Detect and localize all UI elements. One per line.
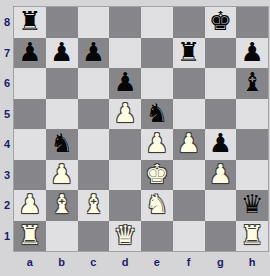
- square-c6[interactable]: [78, 68, 110, 99]
- rank-label-6: 6: [0, 68, 14, 99]
- square-f6[interactable]: [173, 68, 205, 99]
- black-knight[interactable]: ♞: [145, 100, 168, 126]
- square-h3[interactable]: [236, 160, 268, 191]
- square-a3[interactable]: [14, 160, 46, 191]
- file-label-a: a: [14, 251, 46, 273]
- black-pawn[interactable]: ♟: [18, 39, 41, 65]
- square-d7[interactable]: [109, 38, 141, 69]
- rank-label-2: 2: [0, 190, 14, 221]
- square-g1[interactable]: [205, 221, 237, 252]
- square-g6[interactable]: [205, 68, 237, 99]
- black-pawn[interactable]: ♟: [82, 39, 105, 65]
- file-label-h: h: [236, 251, 268, 273]
- square-g7[interactable]: [205, 38, 237, 69]
- black-pawn[interactable]: ♟: [113, 69, 136, 95]
- rank-label-1: 1: [0, 221, 14, 252]
- square-a6[interactable]: [14, 68, 46, 99]
- square-e6[interactable]: [141, 68, 173, 99]
- square-g2[interactable]: [205, 190, 237, 221]
- square-d2[interactable]: [109, 190, 141, 221]
- square-f1[interactable]: [173, 221, 205, 252]
- white-pawn[interactable]: ♟: [18, 191, 41, 217]
- white-pawn[interactable]: ♟: [50, 161, 73, 187]
- black-king[interactable]: ♚: [209, 8, 232, 34]
- square-d5[interactable]: ♟: [109, 99, 141, 130]
- square-f3[interactable]: [173, 160, 205, 191]
- square-d8[interactable]: [109, 7, 141, 38]
- square-b6[interactable]: [46, 68, 78, 99]
- square-c7[interactable]: ♟: [78, 38, 110, 69]
- white-pawn[interactable]: ♟: [209, 161, 232, 187]
- white-bishop[interactable]: ♝: [82, 191, 105, 217]
- black-pawn[interactable]: ♟: [209, 130, 232, 156]
- square-h5[interactable]: [236, 99, 268, 130]
- rank-label-3: 3: [0, 160, 14, 191]
- square-h6[interactable]: ♝: [236, 68, 268, 99]
- black-pawn[interactable]: ♟: [50, 39, 73, 65]
- square-b3[interactable]: ♟: [46, 160, 78, 191]
- square-h8[interactable]: [236, 7, 268, 38]
- white-pawn[interactable]: ♟: [177, 130, 200, 156]
- file-label-g: g: [205, 251, 237, 273]
- square-c4[interactable]: [78, 129, 110, 160]
- square-h2[interactable]: ♛: [236, 190, 268, 221]
- square-e7[interactable]: [141, 38, 173, 69]
- square-a1[interactable]: ♜: [14, 221, 46, 252]
- square-c2[interactable]: ♝: [78, 190, 110, 221]
- black-rook[interactable]: ♜: [177, 39, 200, 65]
- square-e5[interactable]: ♞: [141, 99, 173, 130]
- black-queen[interactable]: ♛: [240, 191, 263, 217]
- square-e2[interactable]: ♞: [141, 190, 173, 221]
- square-c8[interactable]: [78, 7, 110, 38]
- square-b7[interactable]: ♟: [46, 38, 78, 69]
- white-pawn[interactable]: ♟: [145, 130, 168, 156]
- square-a4[interactable]: [14, 129, 46, 160]
- rank-label-7: 7: [0, 38, 14, 69]
- file-label-f: f: [173, 251, 205, 273]
- square-d3[interactable]: [109, 160, 141, 191]
- square-e8[interactable]: [141, 7, 173, 38]
- black-pawn[interactable]: ♟: [240, 39, 263, 65]
- square-f7[interactable]: ♜: [173, 38, 205, 69]
- white-rook[interactable]: ♜: [18, 222, 41, 248]
- chess-board: ♜♚♟♟♟♜♟♟♝♟♞♞♟♟♟♟♚♟♟♝♝♞♛♜♛♜: [14, 7, 268, 251]
- file-label-b: b: [46, 251, 78, 273]
- square-d6[interactable]: ♟: [109, 68, 141, 99]
- white-knight[interactable]: ♞: [145, 191, 168, 217]
- square-h7[interactable]: ♟: [236, 38, 268, 69]
- square-g3[interactable]: ♟: [205, 160, 237, 191]
- chess-diagram: 87654321 ♜♚♟♟♟♜♟♟♝♟♞♞♟♟♟♟♚♟♟♝♝♞♛♜♛♜ abcd…: [0, 0, 270, 276]
- black-knight[interactable]: ♞: [50, 130, 73, 156]
- rank-label-4: 4: [0, 129, 14, 160]
- square-g5[interactable]: [205, 99, 237, 130]
- square-g4[interactable]: ♟: [205, 129, 237, 160]
- rank-label-8: 8: [0, 7, 14, 38]
- square-d1[interactable]: ♛: [109, 221, 141, 252]
- file-label-d: d: [109, 251, 141, 273]
- white-pawn[interactable]: ♟: [113, 100, 136, 126]
- square-h1[interactable]: ♜: [236, 221, 268, 252]
- square-f4[interactable]: ♟: [173, 129, 205, 160]
- black-rook[interactable]: ♜: [18, 8, 41, 34]
- square-e1[interactable]: [141, 221, 173, 252]
- square-e3[interactable]: ♚: [141, 160, 173, 191]
- square-e4[interactable]: ♟: [141, 129, 173, 160]
- square-g8[interactable]: ♚: [205, 7, 237, 38]
- white-rook[interactable]: ♜: [240, 222, 263, 248]
- file-label-e: e: [141, 251, 173, 273]
- square-c5[interactable]: [78, 99, 110, 130]
- square-f5[interactable]: [173, 99, 205, 130]
- square-a2[interactable]: ♟: [14, 190, 46, 221]
- square-d4[interactable]: [109, 129, 141, 160]
- square-b5[interactable]: [46, 99, 78, 130]
- rank-label-5: 5: [0, 99, 14, 130]
- square-b1[interactable]: [46, 221, 78, 252]
- white-queen[interactable]: ♛: [113, 222, 136, 248]
- white-king[interactable]: ♚: [145, 161, 168, 187]
- file-label-c: c: [78, 251, 110, 273]
- square-b2[interactable]: ♝: [46, 190, 78, 221]
- square-a7[interactable]: ♟: [14, 38, 46, 69]
- white-bishop[interactable]: ♝: [50, 191, 73, 217]
- square-b4[interactable]: ♞: [46, 129, 78, 160]
- square-f2[interactable]: [173, 190, 205, 221]
- square-h4[interactable]: [236, 129, 268, 160]
- square-a8[interactable]: ♜: [14, 7, 46, 38]
- black-bishop[interactable]: ♝: [240, 69, 263, 95]
- square-c1[interactable]: [78, 221, 110, 252]
- rank-labels: 87654321: [0, 7, 14, 251]
- square-a5[interactable]: [14, 99, 46, 130]
- square-f8[interactable]: [173, 7, 205, 38]
- square-b8[interactable]: [46, 7, 78, 38]
- file-labels: abcdefgh: [14, 251, 268, 273]
- square-c3[interactable]: [78, 160, 110, 191]
